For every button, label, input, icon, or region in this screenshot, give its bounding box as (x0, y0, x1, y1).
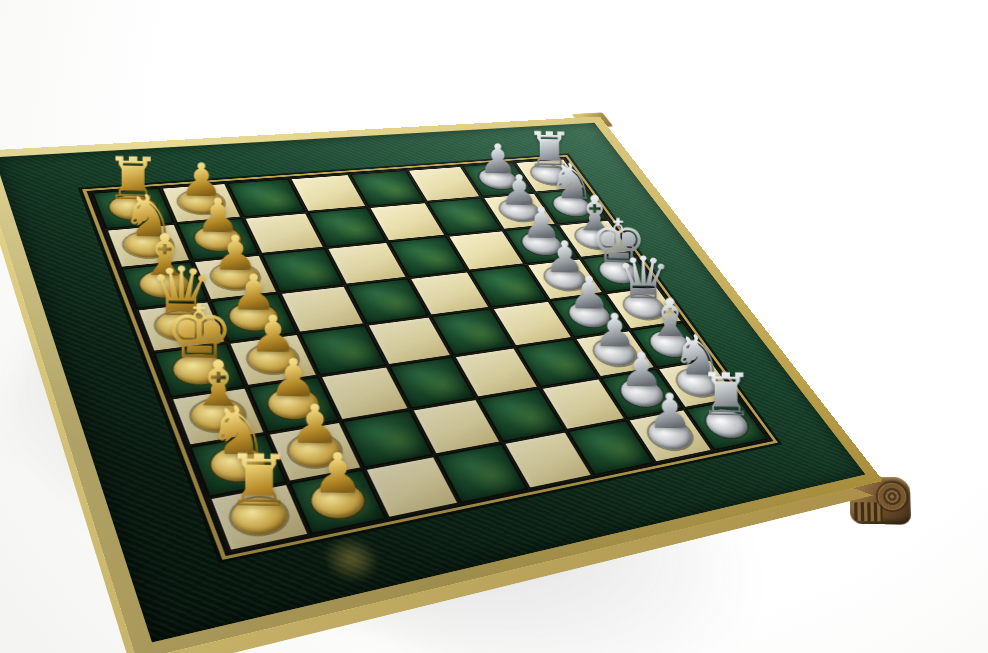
pawn-glyph-icon: ♟ (311, 444, 364, 501)
pawn-glyph-icon: ♟ (647, 386, 694, 436)
product-photo-scene: ♜♞♝♚♛♝♞♜♟♟♟♟♟♟♟♟♟♟♟♟♟♟♟♟♜♞♝♛♚♝♞♜ (0, 0, 988, 653)
board-foot-right-icon (849, 476, 911, 525)
rook-glyph-icon: ♜ (225, 444, 293, 517)
